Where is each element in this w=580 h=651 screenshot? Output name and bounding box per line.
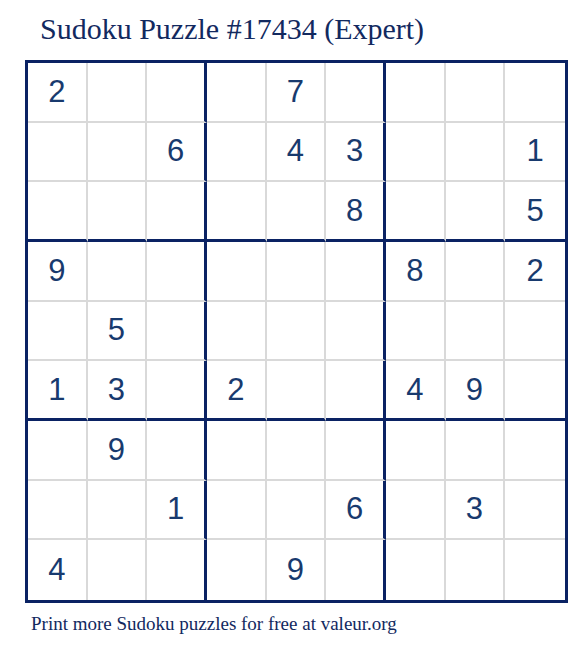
sudoku-cell-r3c6[interactable]: 8 — [326, 182, 386, 242]
sudoku-board: 27643185982513249916349 — [25, 60, 568, 603]
page-title: Sudoku Puzzle #17434 (Expert) — [40, 12, 424, 46]
sudoku-cell-r9c4[interactable] — [207, 540, 267, 600]
sudoku-cell-r1c5[interactable]: 7 — [267, 63, 327, 123]
sudoku-cell-r1c7[interactable] — [386, 63, 446, 123]
sudoku-cell-r8c1[interactable] — [28, 481, 88, 541]
sudoku-cell-r3c9[interactable]: 5 — [505, 182, 565, 242]
sudoku-cell-r9c2[interactable] — [88, 540, 148, 600]
sudoku-cell-r2c9[interactable]: 1 — [505, 123, 565, 183]
sudoku-cell-r8c8[interactable]: 3 — [446, 481, 506, 541]
sudoku-cell-r6c8[interactable]: 9 — [446, 361, 506, 421]
sudoku-cell-r6c6[interactable] — [326, 361, 386, 421]
sudoku-cell-r3c3[interactable] — [147, 182, 207, 242]
sudoku-cell-r7c5[interactable] — [267, 421, 327, 481]
sudoku-cell-r9c5[interactable]: 9 — [267, 540, 327, 600]
sudoku-cell-r2c8[interactable] — [446, 123, 506, 183]
sudoku-cell-r4c2[interactable] — [88, 242, 148, 302]
sudoku-cell-r9c1[interactable]: 4 — [28, 540, 88, 600]
footer-text: Print more Sudoku puzzles for free at va… — [31, 613, 397, 635]
sudoku-cell-r8c2[interactable] — [88, 481, 148, 541]
sudoku-cell-r7c6[interactable] — [326, 421, 386, 481]
sudoku-cell-r6c5[interactable] — [267, 361, 327, 421]
sudoku-cell-r1c9[interactable] — [505, 63, 565, 123]
sudoku-cell-r9c9[interactable] — [505, 540, 565, 600]
sudoku-cell-r1c3[interactable] — [147, 63, 207, 123]
sudoku-cell-r5c4[interactable] — [207, 302, 267, 362]
sudoku-cell-r8c7[interactable] — [386, 481, 446, 541]
sudoku-cell-r2c2[interactable] — [88, 123, 148, 183]
sudoku-cell-r7c7[interactable] — [386, 421, 446, 481]
sudoku-cell-r4c3[interactable] — [147, 242, 207, 302]
sudoku-cell-r7c9[interactable] — [505, 421, 565, 481]
sudoku-cell-r8c9[interactable] — [505, 481, 565, 541]
sudoku-cell-r2c6[interactable]: 3 — [326, 123, 386, 183]
sudoku-cell-r5c3[interactable] — [147, 302, 207, 362]
sudoku-cell-r5c5[interactable] — [267, 302, 327, 362]
sudoku-cell-r5c6[interactable] — [326, 302, 386, 362]
sudoku-cell-r5c1[interactable] — [28, 302, 88, 362]
sudoku-cell-r5c8[interactable] — [446, 302, 506, 362]
sudoku-cell-r9c7[interactable] — [386, 540, 446, 600]
sudoku-cell-r4c4[interactable] — [207, 242, 267, 302]
sudoku-cell-r7c8[interactable] — [446, 421, 506, 481]
sudoku-cell-r6c7[interactable]: 4 — [386, 361, 446, 421]
sudoku-cell-r3c5[interactable] — [267, 182, 327, 242]
sudoku-cell-r2c7[interactable] — [386, 123, 446, 183]
sudoku-cell-r9c6[interactable] — [326, 540, 386, 600]
sudoku-cell-r1c8[interactable] — [446, 63, 506, 123]
sudoku-cell-r6c4[interactable]: 2 — [207, 361, 267, 421]
sudoku-cell-r4c9[interactable]: 2 — [505, 242, 565, 302]
sudoku-cell-r7c1[interactable] — [28, 421, 88, 481]
sudoku-cell-r5c2[interactable]: 5 — [88, 302, 148, 362]
sudoku-cell-r7c3[interactable] — [147, 421, 207, 481]
sudoku-cell-r1c1[interactable]: 2 — [28, 63, 88, 123]
sudoku-cell-r1c6[interactable] — [326, 63, 386, 123]
sudoku-cell-r3c4[interactable] — [207, 182, 267, 242]
sudoku-cell-r4c8[interactable] — [446, 242, 506, 302]
sudoku-cell-r3c1[interactable] — [28, 182, 88, 242]
sudoku-cell-r8c3[interactable]: 1 — [147, 481, 207, 541]
sudoku-cell-r8c6[interactable]: 6 — [326, 481, 386, 541]
sudoku-cell-r3c8[interactable] — [446, 182, 506, 242]
sudoku-cell-r2c5[interactable]: 4 — [267, 123, 327, 183]
sudoku-cell-r3c7[interactable] — [386, 182, 446, 242]
sudoku-cell-r7c4[interactable] — [207, 421, 267, 481]
sudoku-cell-r6c9[interactable] — [505, 361, 565, 421]
sudoku-cell-r2c1[interactable] — [28, 123, 88, 183]
sudoku-cell-r1c2[interactable] — [88, 63, 148, 123]
sudoku-cell-r6c2[interactable]: 3 — [88, 361, 148, 421]
sudoku-cell-r3c2[interactable] — [88, 182, 148, 242]
sudoku-cell-r6c3[interactable] — [147, 361, 207, 421]
sudoku-cell-r8c5[interactable] — [267, 481, 327, 541]
sudoku-cell-r5c7[interactable] — [386, 302, 446, 362]
sudoku-cell-r7c2[interactable]: 9 — [88, 421, 148, 481]
sudoku-cell-r2c4[interactable] — [207, 123, 267, 183]
sudoku-cell-r4c5[interactable] — [267, 242, 327, 302]
sudoku-cell-r6c1[interactable]: 1 — [28, 361, 88, 421]
sudoku-cell-r2c3[interactable]: 6 — [147, 123, 207, 183]
sudoku-cell-r4c1[interactable]: 9 — [28, 242, 88, 302]
sudoku-cell-r9c8[interactable] — [446, 540, 506, 600]
sudoku-cell-r4c6[interactable] — [326, 242, 386, 302]
sudoku-cell-r5c9[interactable] — [505, 302, 565, 362]
sudoku-cell-r8c4[interactable] — [207, 481, 267, 541]
sudoku-cell-r1c4[interactable] — [207, 63, 267, 123]
sudoku-cell-r9c3[interactable] — [147, 540, 207, 600]
sudoku-cell-r4c7[interactable]: 8 — [386, 242, 446, 302]
